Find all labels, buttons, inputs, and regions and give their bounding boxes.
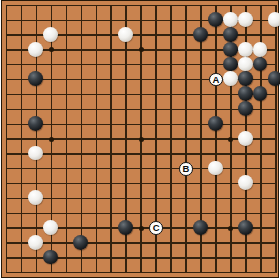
hoshi-point	[49, 137, 54, 142]
grid-line-horizontal	[6, 153, 277, 154]
white-stone	[238, 57, 253, 72]
black-stone	[223, 27, 238, 42]
white-stone	[28, 42, 43, 57]
black-stone	[118, 220, 133, 235]
go-board[interactable]: ABC	[1, 0, 279, 278]
white-stone	[238, 175, 253, 190]
white-stone	[268, 12, 280, 27]
point-label-marker-b[interactable]: B	[179, 162, 193, 176]
hoshi-point	[49, 47, 54, 52]
point-label-marker-a[interactable]: A	[209, 73, 223, 87]
grid-line-horizontal	[6, 198, 277, 199]
grid-line-vertical	[275, 5, 276, 274]
black-stone	[208, 116, 223, 131]
white-stone	[238, 12, 253, 27]
grid-line-vertical	[215, 5, 216, 274]
hoshi-point	[139, 137, 144, 142]
hoshi-point	[228, 137, 233, 142]
black-stone	[238, 71, 253, 86]
black-stone	[268, 71, 280, 86]
white-stone	[43, 27, 58, 42]
black-stone	[193, 220, 208, 235]
black-stone	[238, 101, 253, 116]
white-stone	[253, 42, 268, 57]
grid-line-horizontal	[6, 213, 277, 214]
black-stone	[73, 235, 88, 250]
hoshi-point	[139, 47, 144, 52]
grid-line-horizontal	[6, 242, 277, 243]
black-stone	[223, 57, 238, 72]
black-stone	[238, 220, 253, 235]
black-stone	[28, 116, 43, 131]
black-stone	[253, 86, 268, 101]
grid-line-horizontal	[6, 168, 277, 169]
white-stone	[223, 71, 238, 86]
white-stone	[28, 190, 43, 205]
white-stone	[238, 42, 253, 57]
black-stone	[28, 71, 43, 86]
white-stone	[238, 131, 253, 146]
hoshi-point	[228, 226, 233, 231]
white-stone	[208, 161, 223, 176]
point-label-letter: C	[153, 223, 160, 233]
white-stone	[28, 146, 43, 161]
white-stone	[118, 27, 133, 42]
black-stone	[238, 86, 253, 101]
white-stone	[28, 235, 43, 250]
grid-line-vertical	[185, 5, 186, 274]
black-stone	[43, 250, 58, 265]
grid-line-vertical	[170, 5, 171, 274]
hoshi-point	[139, 226, 144, 231]
white-stone	[223, 12, 238, 27]
grid-line-horizontal	[6, 272, 277, 273]
point-label-letter: B	[183, 164, 190, 174]
point-label-letter: A	[213, 75, 220, 85]
point-label-marker-c[interactable]: C	[149, 221, 163, 235]
black-stone	[208, 12, 223, 27]
black-stone	[223, 42, 238, 57]
grid-line-horizontal	[6, 183, 277, 184]
black-stone	[253, 57, 268, 72]
black-stone	[193, 27, 208, 42]
white-stone	[43, 220, 58, 235]
